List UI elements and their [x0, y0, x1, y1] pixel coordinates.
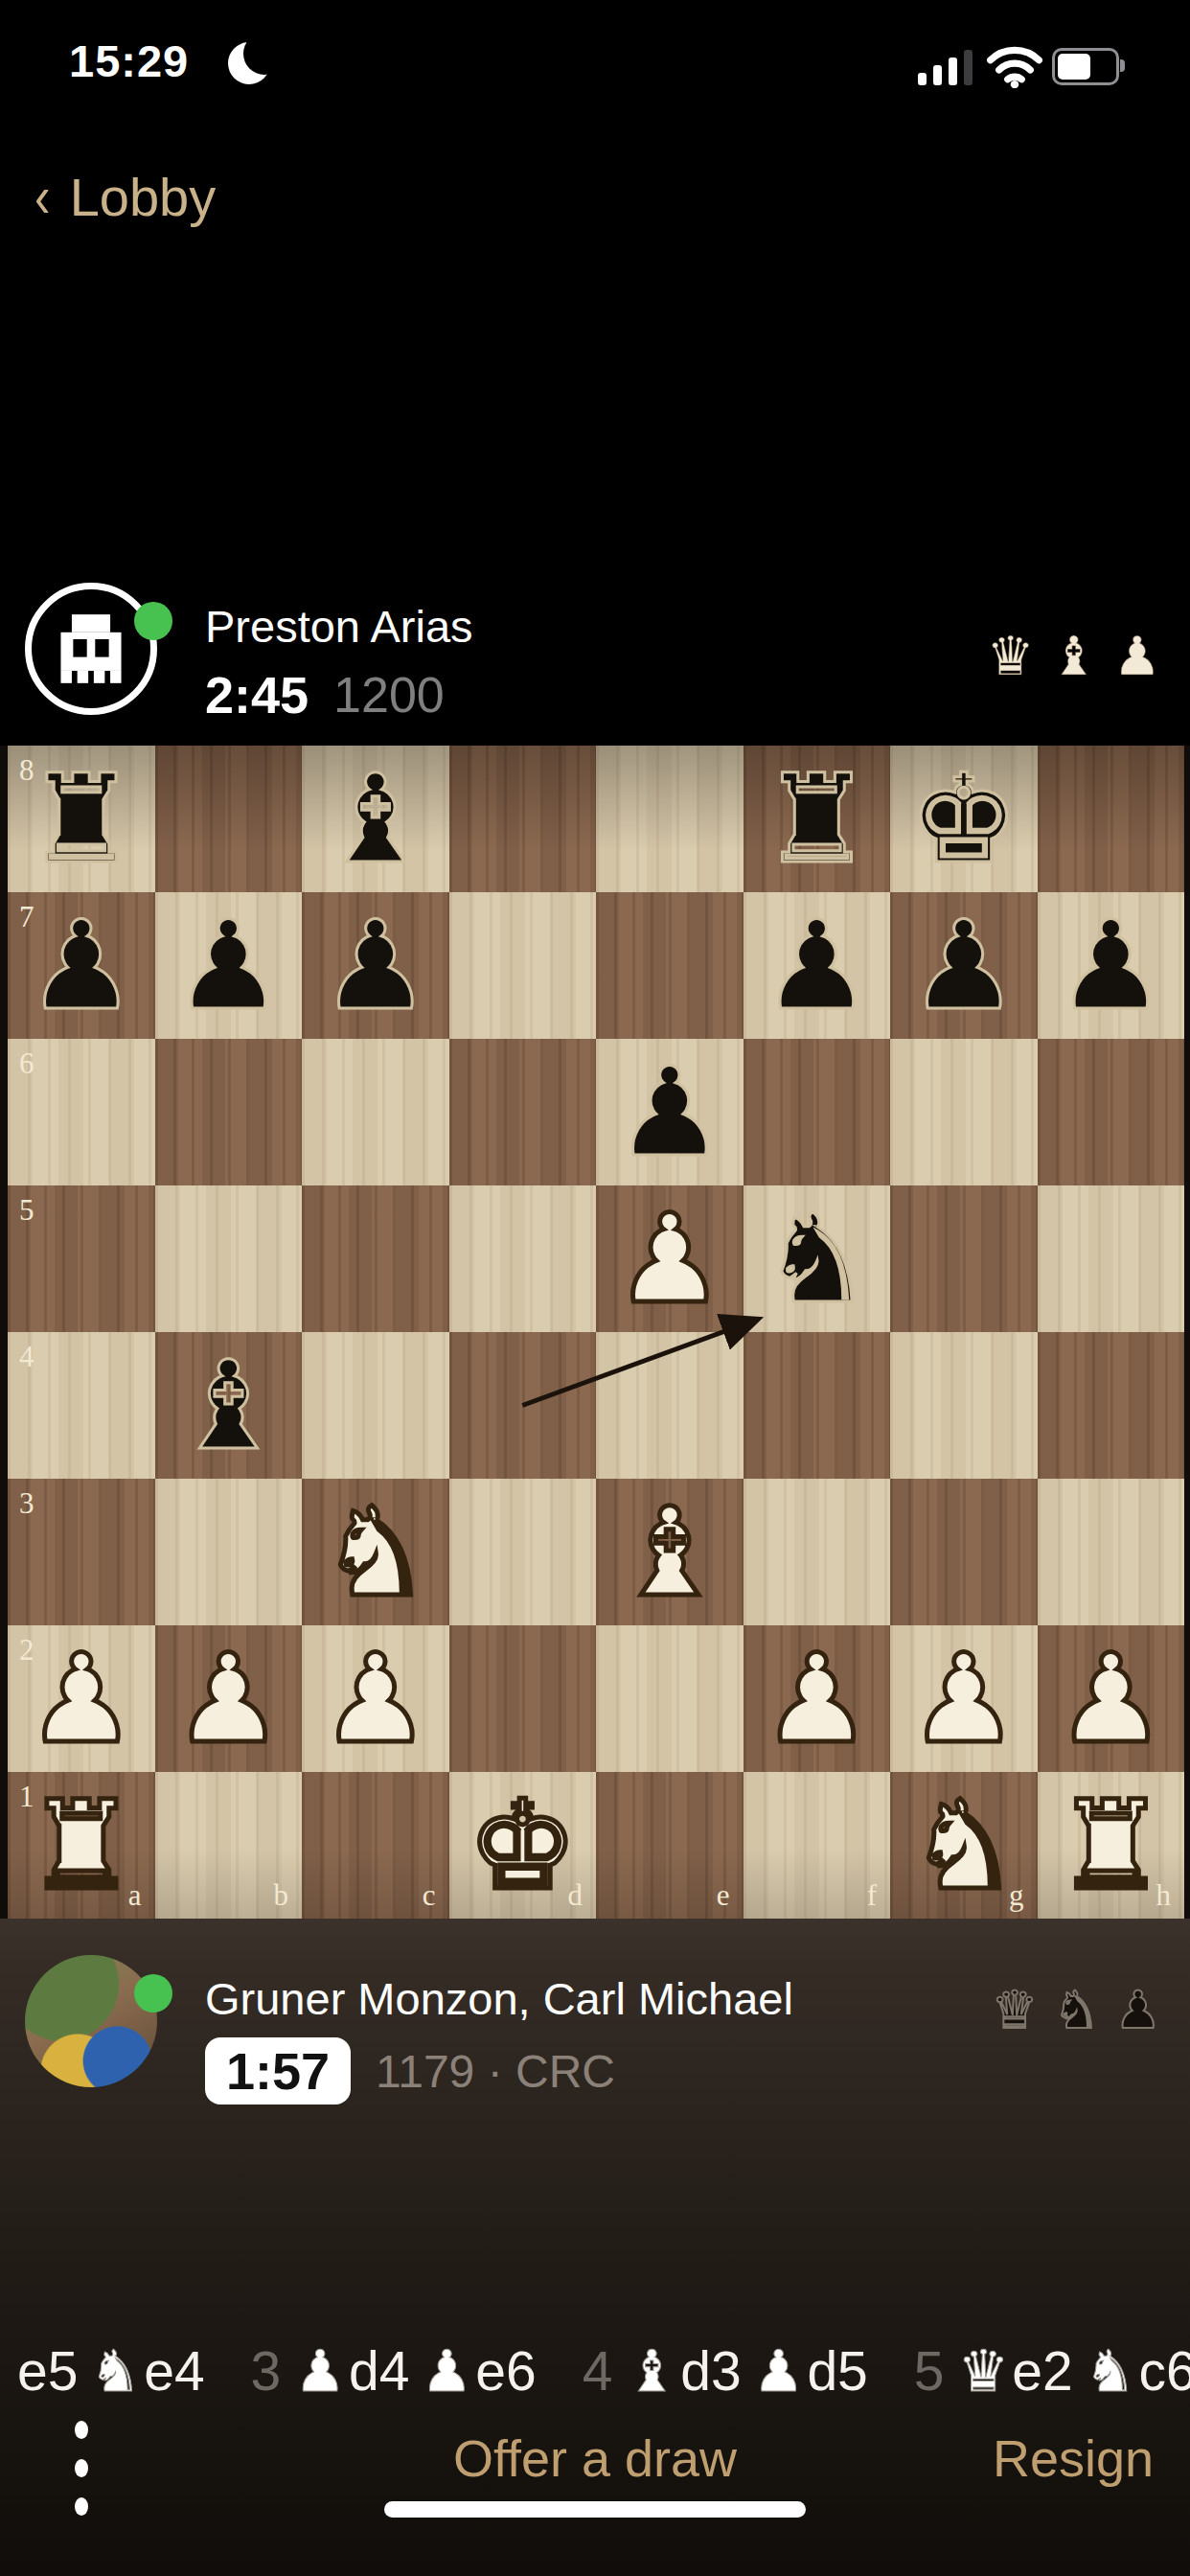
square-h1[interactable]: h♜ — [1038, 1772, 1185, 1919]
square-a2[interactable]: 2♟ — [8, 1625, 155, 1772]
captured-piece-q: ♛ — [992, 1980, 1038, 2040]
square-g6[interactable] — [890, 1039, 1038, 1185]
square-e1[interactable]: e — [596, 1772, 744, 1919]
do-not-disturb-moon-icon — [228, 42, 270, 84]
piece-white-p-c2: ♟ — [320, 1638, 430, 1760]
figurine-p-icon: ♟ — [294, 2337, 346, 2404]
opponent-clock: 2:45 — [205, 665, 309, 724]
piece-white-p-a2: ♟ — [26, 1638, 136, 1760]
square-a3[interactable]: 3 — [8, 1479, 155, 1625]
piece-black-p-a7: ♟ — [26, 905, 136, 1027]
square-f2[interactable]: ♟ — [744, 1625, 891, 1772]
opponent-avatar[interactable] — [25, 583, 157, 715]
wifi-icon — [987, 46, 1042, 92]
square-b2[interactable]: ♟ — [155, 1625, 303, 1772]
piece-white-p-h2: ♟ — [1056, 1638, 1166, 1760]
square-f8[interactable]: ♜ — [744, 746, 891, 892]
self-rating-federation: 1179 · CRC — [376, 2045, 615, 2098]
square-g2[interactable]: ♟ — [890, 1625, 1038, 1772]
piece-white-p-f2: ♟ — [762, 1638, 872, 1760]
opponent-name: Preston Arias — [205, 600, 473, 653]
captured-piece-b: ♝ — [1050, 625, 1098, 687]
piece-white-n-c3: ♞ — [320, 1491, 430, 1614]
file-label: a — [128, 1878, 142, 1913]
move-token: ♝d3 — [626, 2337, 741, 2404]
file-label: g — [1009, 1878, 1024, 1913]
square-a5[interactable]: 5 — [8, 1185, 155, 1332]
square-d2[interactable] — [449, 1625, 597, 1772]
player-row-opponent: Preston Arias 2:45 1200 ♛♝♟ — [0, 583, 1190, 746]
figurine-p-icon: ♟ — [422, 2337, 473, 2404]
file-label: h — [1156, 1878, 1172, 1913]
square-f5[interactable]: ♞ — [744, 1185, 891, 1332]
piece-black-n-f5: ♞ — [762, 1198, 872, 1321]
captured-piece-p: ♟ — [1113, 625, 1161, 687]
file-label: e — [717, 1878, 730, 1913]
online-status-dot — [134, 1974, 172, 2012]
piece-black-p-e6: ♟ — [614, 1051, 724, 1174]
piece-white-p-g2: ♟ — [908, 1638, 1018, 1760]
back-label: Lobby — [70, 166, 217, 228]
square-f7[interactable]: ♟ — [744, 892, 891, 1039]
home-indicator[interactable] — [384, 2501, 806, 2518]
piece-black-p-b7: ♟ — [173, 905, 284, 1027]
square-b7[interactable]: ♟ — [155, 892, 303, 1039]
square-d7[interactable] — [449, 892, 597, 1039]
rank-label: 1 — [19, 1780, 34, 1814]
square-g5[interactable] — [890, 1185, 1038, 1332]
square-c6[interactable] — [302, 1039, 449, 1185]
action-bar: Offer a draw Resign — [0, 2415, 1190, 2511]
square-d1[interactable]: d♚ — [449, 1772, 597, 1919]
file-label: b — [274, 1878, 289, 1913]
move-token: ♛e2 — [958, 2337, 1073, 2404]
figurine-n-icon: ♞ — [1085, 2337, 1136, 2404]
piece-black-r-f8: ♜ — [762, 758, 872, 881]
piece-black-p-f7: ♟ — [762, 905, 872, 1027]
piece-white-r-a1: ♜ — [26, 1784, 136, 1907]
square-e8[interactable] — [596, 746, 744, 892]
piece-black-p-h7: ♟ — [1056, 905, 1166, 1027]
square-b6[interactable] — [155, 1039, 303, 1185]
square-g7[interactable]: ♟ — [890, 892, 1038, 1039]
square-h6[interactable] — [1038, 1039, 1185, 1185]
piece-black-b-b4: ♝ — [173, 1345, 284, 1467]
square-d8[interactable] — [449, 746, 597, 892]
move-number: 5 — [914, 2339, 945, 2403]
square-e4[interactable] — [596, 1332, 744, 1479]
file-label: c — [423, 1878, 436, 1913]
square-d5[interactable] — [449, 1185, 597, 1332]
piece-white-k-d1: ♚ — [468, 1784, 578, 1907]
piece-black-k-g8: ♚ — [908, 758, 1018, 881]
square-g3[interactable] — [890, 1479, 1038, 1625]
rank-label: 8 — [19, 753, 34, 788]
chevron-left-icon: ‹ — [34, 167, 51, 226]
square-e7[interactable] — [596, 892, 744, 1039]
square-c5[interactable] — [302, 1185, 449, 1332]
online-status-dot — [134, 602, 172, 640]
rank-label: 5 — [19, 1193, 34, 1228]
square-b4[interactable]: ♝ — [155, 1332, 303, 1479]
rank-label: 2 — [19, 1633, 34, 1667]
square-b1[interactable]: b — [155, 1772, 303, 1919]
square-b5[interactable] — [155, 1185, 303, 1332]
board-frame: 8♜♝♜♚7♟♟♟♟♟♟6♟5♟♞4♝3♞♝2♟♟♟♟♟♟1a♜bcd♚efg♞… — [0, 746, 1190, 1919]
rank-label: 6 — [19, 1046, 34, 1081]
square-e6[interactable]: ♟ — [596, 1039, 744, 1185]
figurine-q-icon: ♛ — [958, 2337, 1010, 2404]
square-e2[interactable] — [596, 1625, 744, 1772]
app-screen: 15:29 ‹ Lobby — [0, 0, 1190, 2576]
square-c7[interactable]: ♟ — [302, 892, 449, 1039]
square-e3[interactable]: ♝ — [596, 1479, 744, 1625]
square-a6[interactable]: 6 — [8, 1039, 155, 1185]
piece-white-r-h1: ♜ — [1056, 1784, 1166, 1907]
square-b8[interactable] — [155, 746, 303, 892]
figurine-b-icon: ♝ — [626, 2337, 677, 2404]
status-bar: 15:29 — [0, 0, 1190, 105]
square-c4[interactable] — [302, 1332, 449, 1479]
move-token: ♟d4 — [294, 2337, 409, 2404]
move-token: ♞c6 — [1085, 2337, 1190, 2404]
move-token: ♞e4 — [89, 2337, 204, 2404]
square-b3[interactable] — [155, 1479, 303, 1625]
piece-black-r-a8: ♜ — [26, 758, 136, 881]
square-h2[interactable]: ♟ — [1038, 1625, 1185, 1772]
move-list[interactable]: e5♞e43♟d4♟e64♝d3♟d55♛e2♞c66 — [17, 2325, 1190, 2417]
battery-icon — [1052, 48, 1119, 85]
figurine-p-icon: ♟ — [753, 2337, 805, 2404]
square-a8[interactable]: 8♜ — [8, 746, 155, 892]
piece-white-p-b2: ♟ — [173, 1638, 284, 1760]
square-d4[interactable] — [449, 1332, 597, 1479]
captured-piece-n: ♞ — [1053, 1980, 1099, 2040]
square-a7[interactable]: 7♟ — [8, 892, 155, 1039]
square-f4[interactable] — [744, 1332, 891, 1479]
square-d3[interactable] — [449, 1479, 597, 1625]
square-d6[interactable] — [449, 1039, 597, 1185]
status-time: 15:29 — [69, 34, 189, 87]
square-c3[interactable]: ♞ — [302, 1479, 449, 1625]
square-c2[interactable]: ♟ — [302, 1625, 449, 1772]
player-row-self: Gruner Monzon, Carl Michael 1:57 1179 · … — [0, 1955, 1190, 2118]
square-f3[interactable] — [744, 1479, 891, 1625]
piece-black-b-c8: ♝ — [320, 758, 430, 881]
ghost-avatar-icon — [50, 608, 132, 690]
self-avatar[interactable] — [25, 1955, 157, 2087]
move-number: 4 — [583, 2339, 613, 2403]
square-e5[interactable]: ♟ — [596, 1185, 744, 1332]
resign-button[interactable]: Resign — [993, 2428, 1154, 2488]
figurine-n-icon: ♞ — [89, 2337, 141, 2404]
square-a4[interactable]: 4 — [8, 1332, 155, 1479]
square-h5[interactable] — [1038, 1185, 1185, 1332]
captured-by-self: ♛♞♟ — [992, 1980, 1161, 2040]
piece-black-p-g7: ♟ — [908, 905, 1018, 1027]
square-g8[interactable]: ♚ — [890, 746, 1038, 892]
square-h4[interactable] — [1038, 1332, 1185, 1479]
move-token: ♟d5 — [753, 2337, 868, 2404]
square-g4[interactable] — [890, 1332, 1038, 1479]
rank-label: 4 — [19, 1340, 34, 1374]
piece-white-p-e5: ♟ — [614, 1198, 724, 1321]
square-f1[interactable]: f — [744, 1772, 891, 1919]
captured-piece-p: ♟ — [1115, 1980, 1161, 2040]
piece-white-b-e3: ♝ — [614, 1491, 724, 1614]
self-clock: 1:57 — [205, 2037, 351, 2104]
move-token: ♟e6 — [422, 2337, 537, 2404]
square-f6[interactable] — [744, 1039, 891, 1185]
rank-label: 3 — [19, 1486, 34, 1521]
square-h7[interactable]: ♟ — [1038, 892, 1185, 1039]
chess-board: 8♜♝♜♚7♟♟♟♟♟♟6♟5♟♞4♝3♞♝2♟♟♟♟♟♟1a♜bcd♚efg♞… — [8, 746, 1184, 1919]
piece-black-p-c7: ♟ — [320, 905, 430, 1027]
move-token: e5 — [17, 2339, 78, 2403]
self-name: Gruner Monzon, Carl Michael — [205, 1972, 793, 2025]
file-label: f — [867, 1878, 877, 1913]
square-c1[interactable]: c — [302, 1772, 449, 1919]
rank-label: 7 — [19, 900, 34, 934]
opponent-rating: 1200 — [333, 666, 445, 724]
square-g1[interactable]: g♞ — [890, 1772, 1038, 1919]
square-h8[interactable] — [1038, 746, 1185, 892]
square-h3[interactable] — [1038, 1479, 1185, 1625]
back-nav[interactable]: ‹ Lobby — [0, 153, 216, 240]
file-label: d — [568, 1878, 584, 1913]
square-a1[interactable]: 1a♜ — [8, 1772, 155, 1919]
captured-piece-q: ♛ — [986, 625, 1034, 687]
square-c8[interactable]: ♝ — [302, 746, 449, 892]
piece-white-n-g1: ♞ — [908, 1784, 1018, 1907]
captured-by-opponent: ♛♝♟ — [986, 625, 1161, 687]
move-number: 3 — [251, 2339, 282, 2403]
cellular-signal-icon — [918, 50, 973, 85]
